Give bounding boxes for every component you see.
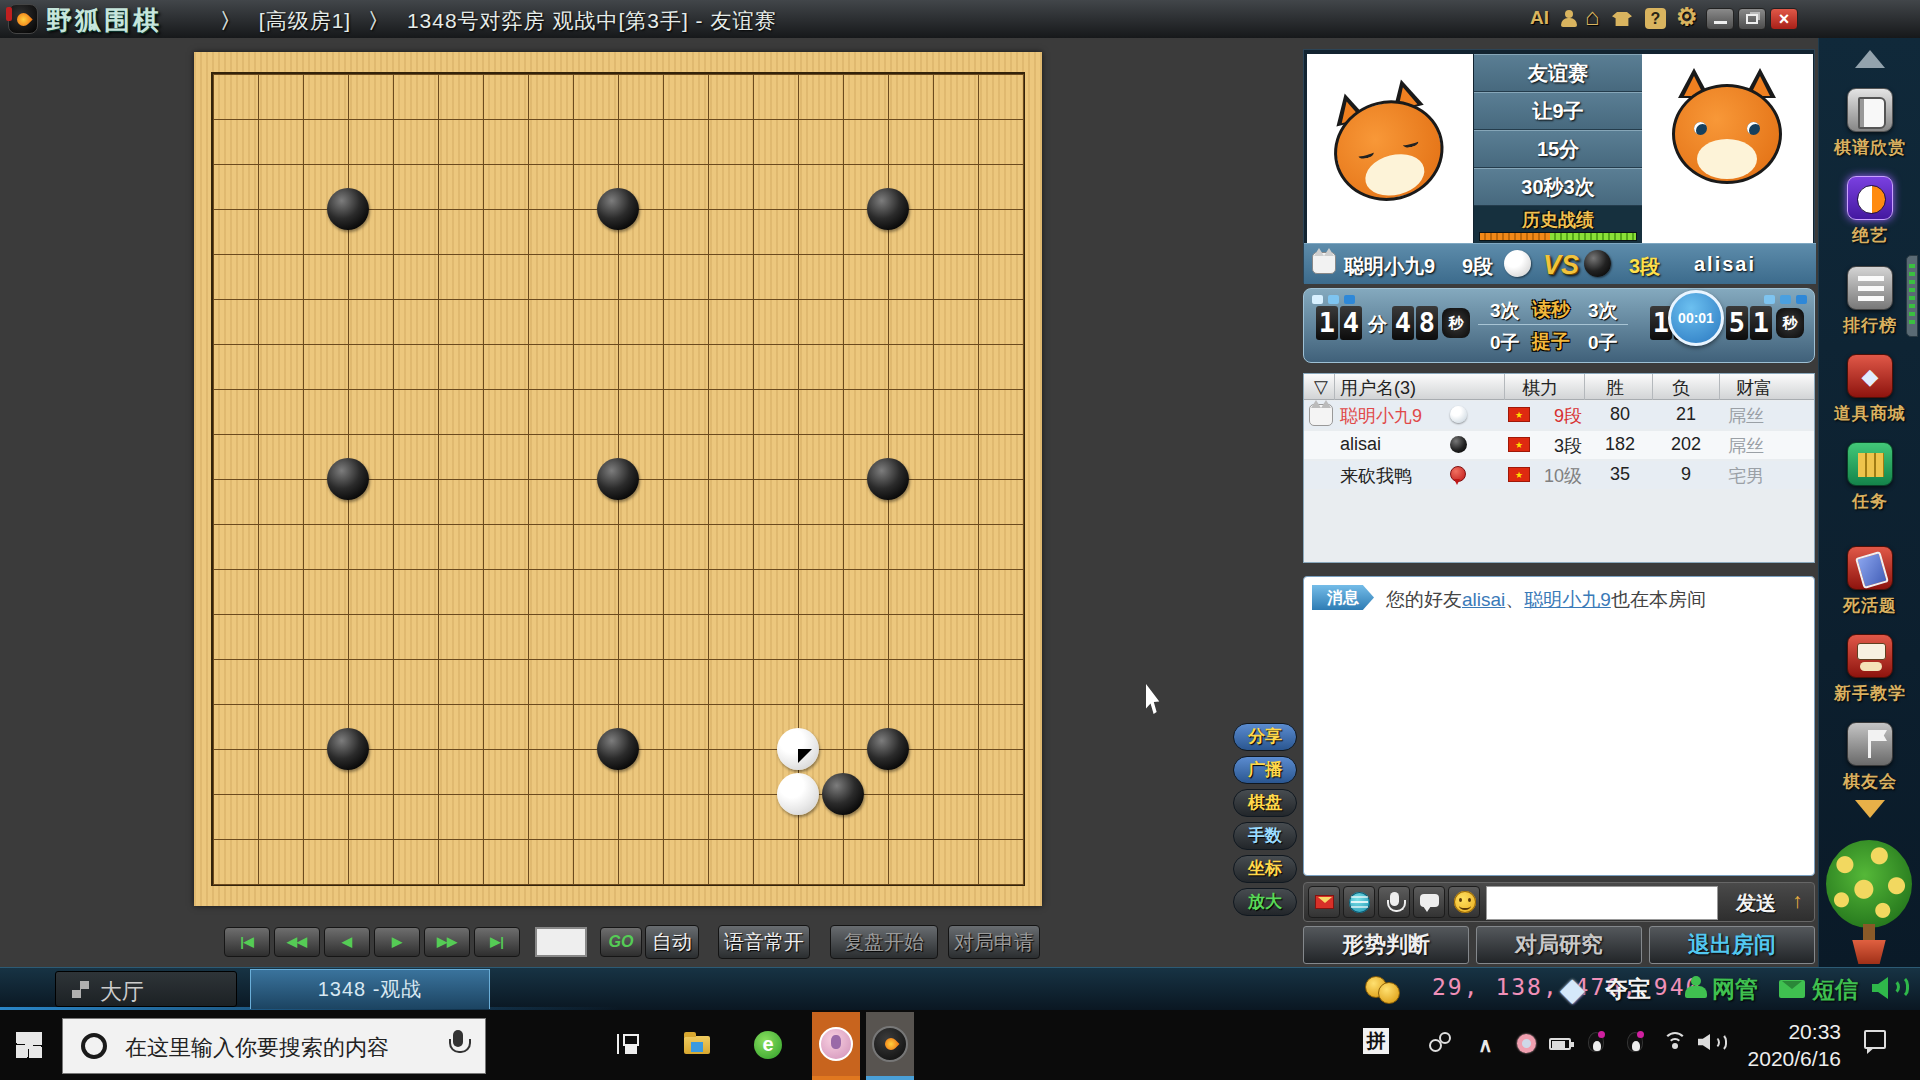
sidebar-item-5[interactable]: 任务 bbox=[1819, 442, 1920, 513]
sidebar-label: 绝艺 bbox=[1819, 224, 1920, 247]
user-name: 聪明小九9 bbox=[1340, 404, 1422, 428]
fox-head-icon bbox=[1309, 404, 1333, 426]
help-icon[interactable]: ? bbox=[1645, 8, 1666, 29]
sidebar-label: 任务 bbox=[1819, 490, 1920, 513]
move-number-input[interactable] bbox=[535, 927, 587, 957]
friend-link-congmingxiaojiu9[interactable]: 聪明小九9 bbox=[1524, 589, 1611, 610]
friend-link-alisai[interactable]: alisai bbox=[1462, 589, 1505, 610]
grid-line bbox=[213, 884, 1024, 885]
red-packet-icon bbox=[1315, 895, 1334, 909]
col-strength[interactable]: 棋力 bbox=[1522, 376, 1558, 400]
byoyomi-label: 读秒 bbox=[1532, 297, 1570, 323]
playback-last-button[interactable]: ▶| bbox=[474, 927, 520, 957]
stone-black-D4 bbox=[327, 728, 369, 770]
user-wealth: 宅男 bbox=[1728, 464, 1764, 488]
flag-gray-icon bbox=[1847, 722, 1893, 766]
home-icon[interactable]: ⌂ bbox=[1585, 3, 1600, 31]
white-byoyomi-periods: 3次 bbox=[1490, 298, 1520, 324]
action-center-icon[interactable] bbox=[1864, 1030, 1886, 1049]
time: 20:33 bbox=[1741, 1018, 1841, 1045]
white-player-avatar bbox=[1307, 54, 1473, 243]
minimize-icon bbox=[1714, 21, 1727, 24]
sidebar-item-6[interactable]: 死活题 bbox=[1819, 546, 1920, 617]
auto-play-button[interactable]: 自动 bbox=[645, 925, 699, 959]
restore-button[interactable] bbox=[1738, 8, 1766, 30]
player-info-panel: 友谊赛 让9子 15分 30秒3次 历史战绩 聪明小九9 9段 3段 alisa… bbox=[1303, 49, 1815, 283]
sms-icon[interactable] bbox=[1779, 980, 1805, 998]
sidebar-scroll-up[interactable] bbox=[1855, 50, 1885, 68]
stone-black-Q10 bbox=[867, 458, 909, 500]
globe-icon bbox=[1349, 892, 1370, 913]
playback-forward-button[interactable]: ▶▶ bbox=[424, 927, 470, 957]
sidebar-item-7[interactable]: 新手教学 bbox=[1819, 634, 1920, 705]
stone-black-D16 bbox=[327, 188, 369, 230]
sidebar-item-4[interactable]: ◆道具商城 bbox=[1819, 354, 1920, 425]
white-stone-icon bbox=[1504, 250, 1531, 277]
dress-icon[interactable] bbox=[1612, 12, 1632, 26]
breadcrumb-room-title: 1348号对弈房 观战中[第3手] - 友谊赛 bbox=[407, 9, 777, 32]
sidebar-label: 排行榜 bbox=[1819, 314, 1920, 337]
hand-red-icon bbox=[1847, 634, 1893, 678]
mouse-cursor bbox=[1146, 684, 1165, 714]
grid-line bbox=[708, 74, 709, 885]
black-clock-sec-tens: 5 bbox=[1726, 306, 1748, 340]
language-button[interactable] bbox=[1343, 886, 1375, 918]
col-wins[interactable]: 胜 bbox=[1606, 376, 1624, 400]
black-player-avatar bbox=[1642, 54, 1813, 243]
match-byoyomi: 30秒3次 bbox=[1474, 168, 1642, 206]
lobby-button[interactable]: 大厅 bbox=[55, 971, 237, 1007]
playback-rewind-button[interactable]: ◀◀ bbox=[274, 927, 320, 957]
user-row-alisai[interactable]: alisai★3段182202屌丝 bbox=[1304, 431, 1814, 459]
cn-flag-icon: ★ bbox=[1508, 407, 1530, 422]
fox-go-app-active[interactable] bbox=[866, 1012, 914, 1076]
period-indicator bbox=[1796, 295, 1807, 304]
screen: 野狐围棋 〉 [高级房1] 〉 1348号对弈房 观战中[第3手] - 友谊赛 … bbox=[0, 0, 1920, 1080]
taskbar-clock[interactable]: 20:33 2020/6/16 bbox=[1741, 1018, 1841, 1072]
col-wealth[interactable]: 财富 bbox=[1736, 376, 1772, 400]
sidebar-item-1[interactable]: 棋谱欣赏 bbox=[1819, 88, 1920, 159]
windows-start-button[interactable] bbox=[16, 1032, 42, 1058]
qq-icon[interactable] bbox=[1588, 1032, 1604, 1052]
stone-white-O3 bbox=[777, 773, 819, 815]
system-message: 您的好友alisai、聪明小九9也在本房间 bbox=[1386, 587, 1706, 613]
fox-head-icon bbox=[1312, 252, 1336, 274]
room-tab-1348[interactable]: 1348 -观战 bbox=[250, 969, 490, 1009]
second-label: 秒 bbox=[1776, 308, 1804, 338]
chat-toolbar: 发送 ↑ bbox=[1303, 882, 1815, 922]
board-option-2[interactable]: 广播 bbox=[1233, 756, 1297, 784]
room-button-1[interactable]: 形势判断 bbox=[1303, 926, 1469, 964]
board-option-5[interactable]: 坐标 bbox=[1233, 855, 1297, 883]
close-icon: × bbox=[1779, 9, 1790, 29]
money-tree[interactable] bbox=[1824, 840, 1914, 966]
capture-label: 提子 bbox=[1532, 329, 1570, 355]
col-losses[interactable]: 负 bbox=[1672, 376, 1690, 400]
stone-black-K10 bbox=[597, 458, 639, 500]
grid-line bbox=[1023, 74, 1024, 885]
breadcrumb-room-category[interactable]: [高级房1] bbox=[259, 9, 351, 32]
match-handicap: 让9子 bbox=[1474, 92, 1642, 130]
sidebar-scroll-down[interactable] bbox=[1855, 800, 1885, 818]
room-button-2[interactable]: 对局研究 bbox=[1476, 926, 1642, 964]
grid-line bbox=[213, 794, 1024, 795]
title-bar: 野狐围棋 〉 [高级房1] 〉 1348号对弈房 观战中[第3手] - 友谊赛 … bbox=[0, 0, 1920, 38]
emoji-button[interactable] bbox=[1448, 886, 1480, 918]
people-icon[interactable] bbox=[1427, 1032, 1451, 1054]
sidebar-item-2[interactable]: 绝艺 bbox=[1819, 176, 1920, 247]
black-clock-sec-ones: 1 bbox=[1750, 306, 1772, 340]
speech-bubble-icon bbox=[1420, 894, 1439, 907]
black-player-name[interactable]: alisai bbox=[1694, 253, 1756, 276]
smiley-icon bbox=[1454, 891, 1476, 913]
pink-avatar-icon bbox=[819, 1027, 853, 1061]
stone-black-Q16 bbox=[867, 188, 909, 230]
white-clock-sec-tens: 4 bbox=[1392, 306, 1414, 340]
user-name: alisai bbox=[1340, 434, 1381, 455]
minimize-button[interactable] bbox=[1706, 8, 1734, 30]
red-packet-button[interactable] bbox=[1308, 886, 1340, 918]
room-button-3[interactable]: 退出房间 bbox=[1649, 926, 1815, 964]
user-wins: 182 bbox=[1588, 434, 1652, 455]
white-clock-min-ones: 4 bbox=[1340, 306, 1362, 340]
match-type: 友谊赛 bbox=[1474, 54, 1642, 92]
microphone-icon bbox=[1390, 892, 1399, 906]
black-byoyomi-periods: 3次 bbox=[1588, 298, 1618, 324]
go-button[interactable]: GO bbox=[600, 927, 642, 957]
user-losses: 9 bbox=[1654, 464, 1718, 485]
user-row-聪明小九9[interactable]: 聪明小九9★9段8021屌丝 bbox=[1304, 401, 1814, 429]
coins-icon bbox=[1378, 982, 1400, 1004]
file-explorer-button[interactable] bbox=[673, 1012, 721, 1076]
tray-flower-icon[interactable] bbox=[1517, 1034, 1536, 1053]
user-rank: 9段 bbox=[1536, 404, 1582, 428]
active-underline-blue bbox=[866, 1076, 914, 1080]
send-arrow-icon[interactable]: ↑ bbox=[1792, 889, 1803, 913]
chat-input[interactable] bbox=[1486, 886, 1718, 920]
taskbar-search[interactable]: 在这里输入你要搜索的内容 bbox=[62, 1018, 486, 1074]
stone-black-P3 bbox=[822, 773, 864, 815]
user-losses: 202 bbox=[1654, 434, 1718, 455]
browser-e-icon: e bbox=[754, 1031, 782, 1059]
black-captures: 0子 bbox=[1588, 330, 1618, 356]
sidebar-item-3[interactable]: 排行榜 bbox=[1819, 266, 1920, 337]
grid-line bbox=[663, 74, 664, 885]
right-sidebar: 棋谱欣赏绝艺排行榜◆道具商城任务死活题新手教学棋友会 bbox=[1818, 38, 1920, 967]
grid-line bbox=[978, 74, 979, 885]
money-tree-leaves bbox=[1826, 840, 1912, 928]
user-table: ▽ 用户名(3) 棋力 胜 负 财富 聪明小九9★9段8021屌丝alisai★… bbox=[1303, 373, 1815, 563]
message-panel: 消息 您的好友alisai、聪明小九9也在本房间 bbox=[1303, 576, 1815, 876]
ai-button[interactable]: AI bbox=[1530, 7, 1549, 29]
grid-line bbox=[213, 704, 1024, 705]
diamond-icon[interactable]: ◆ bbox=[1560, 970, 1585, 1008]
period-indicator bbox=[1328, 295, 1339, 304]
logo-tag bbox=[6, 7, 12, 21]
voice-chat-button[interactable] bbox=[1378, 886, 1410, 918]
history-bar-left bbox=[1480, 233, 1550, 240]
grid-line bbox=[213, 659, 1024, 660]
money-tree-pot bbox=[1850, 940, 1888, 964]
grid-line bbox=[213, 524, 1024, 525]
stone-black-D10 bbox=[327, 458, 369, 500]
user-rank: 10级 bbox=[1536, 464, 1582, 488]
book-silver-icon bbox=[1847, 88, 1893, 132]
quick-chat-button[interactable] bbox=[1413, 886, 1445, 918]
vs-label: VS bbox=[1543, 250, 1603, 280]
breadcrumb: 〉 [高级房1] 〉 1348号对弈房 观战中[第3手] - 友谊赛 bbox=[210, 7, 776, 35]
qq-icon[interactable] bbox=[1627, 1032, 1643, 1052]
battery-icon[interactable] bbox=[1549, 1038, 1571, 1050]
match-main-time: 15分 bbox=[1474, 130, 1642, 168]
yinyang-purple-icon bbox=[1847, 176, 1893, 220]
list-gray-icon bbox=[1847, 266, 1893, 310]
game-request-button[interactable]: 对局申请 bbox=[948, 925, 1040, 959]
history-bar-right bbox=[1550, 233, 1636, 240]
wifi-icon[interactable] bbox=[1662, 1032, 1688, 1054]
message-text: 、 bbox=[1505, 589, 1524, 610]
match-rules: 友谊赛 让9子 15分 30秒3次 历史战绩 bbox=[1474, 54, 1642, 243]
user-rank: 3段 bbox=[1536, 434, 1582, 458]
white-clock-min-tens: 1 bbox=[1316, 306, 1338, 340]
second-label: 秒 bbox=[1442, 308, 1470, 338]
grid-line bbox=[843, 74, 844, 885]
board-option-3[interactable]: 棋盘 bbox=[1233, 789, 1297, 817]
playback-next-button[interactable]: ▶ bbox=[374, 927, 420, 957]
sidebar-label: 棋谱欣赏 bbox=[1819, 136, 1920, 159]
last-move-marker bbox=[798, 749, 812, 763]
diamond-red-icon: ◆ bbox=[1847, 354, 1893, 398]
browser-button[interactable]: e bbox=[745, 1012, 793, 1076]
cortana-icon bbox=[81, 1033, 107, 1059]
user-table-header: ▽ 用户名(3) 棋力 胜 负 财富 bbox=[1304, 374, 1814, 400]
playback-prev-button[interactable]: ◀ bbox=[324, 927, 370, 957]
close-button[interactable]: × bbox=[1770, 8, 1798, 30]
restore-icon bbox=[1746, 14, 1758, 24]
sidebar-label: 道具商城 bbox=[1819, 402, 1920, 425]
black-player-rank: 3段 bbox=[1629, 253, 1660, 280]
period-indicator bbox=[1344, 295, 1355, 304]
settings-gear-icon[interactable]: ⚙ bbox=[1676, 3, 1698, 31]
fox-avatar-sleeping bbox=[1323, 89, 1456, 222]
clock-divider bbox=[1478, 324, 1628, 325]
white-stone-badge bbox=[1450, 406, 1467, 423]
fox-go-icon bbox=[872, 1026, 908, 1062]
col-username[interactable]: 用户名(3) bbox=[1340, 376, 1416, 400]
board-option-6[interactable]: 放大 bbox=[1233, 888, 1297, 916]
profile-icon[interactable] bbox=[1560, 10, 1578, 28]
history-record-button[interactable]: 历史战绩 bbox=[1474, 208, 1642, 232]
user-wins: 35 bbox=[1588, 464, 1652, 485]
period-indicator bbox=[1780, 295, 1791, 304]
stone-black-Q4 bbox=[867, 728, 909, 770]
grid-line bbox=[213, 839, 1024, 840]
board-option-4[interactable]: 手数 bbox=[1233, 822, 1297, 850]
cn-flag-icon: ★ bbox=[1508, 437, 1530, 452]
review-start-button[interactable]: 复盘开始 bbox=[830, 925, 938, 959]
sidebar-label: 新手教学 bbox=[1819, 682, 1920, 705]
stone-black-K16 bbox=[597, 188, 639, 230]
app-logo-icon bbox=[8, 4, 38, 34]
period-indicator bbox=[1312, 295, 1323, 304]
filter-icon[interactable]: ▽ bbox=[1314, 376, 1328, 398]
period-indicator bbox=[1764, 295, 1775, 304]
sidebar-label: 棋友会 bbox=[1819, 770, 1920, 793]
user-wealth: 屌丝 bbox=[1728, 434, 1764, 458]
sidebar-label: 死活题 bbox=[1819, 594, 1920, 617]
send-button[interactable]: 发送 bbox=[1736, 890, 1776, 917]
user-losses: 21 bbox=[1654, 404, 1718, 425]
task-view-button[interactable] bbox=[605, 1012, 653, 1076]
book-red-icon bbox=[1847, 546, 1893, 590]
stone-black-K4 bbox=[597, 728, 639, 770]
money-tree-trunk bbox=[1863, 924, 1875, 942]
message-text: 您的好友 bbox=[1386, 589, 1462, 610]
hidden-icons-chevron[interactable]: ∧ bbox=[1478, 1033, 1493, 1057]
grid-line bbox=[213, 614, 1024, 615]
sidebar-item-8[interactable]: 棋友会 bbox=[1819, 722, 1920, 793]
grid-line bbox=[753, 74, 754, 885]
stone-white-O4 bbox=[777, 728, 819, 770]
white-clock-sec-ones: 8 bbox=[1416, 306, 1438, 340]
admin-icon[interactable] bbox=[1685, 976, 1707, 1000]
board-option-1[interactable]: 分享 bbox=[1233, 723, 1297, 751]
user-wealth: 屌丝 bbox=[1728, 404, 1764, 428]
fox-avatar-sitting bbox=[1672, 84, 1782, 194]
white-player-name[interactable]: 聪明小九9 bbox=[1344, 253, 1435, 280]
pinned-app-active[interactable] bbox=[812, 1012, 860, 1076]
black-stone-badge bbox=[1450, 436, 1467, 453]
move-countdown-bubble: 00:01 bbox=[1668, 290, 1724, 346]
white-captures: 0子 bbox=[1490, 330, 1520, 356]
grid-green-icon bbox=[1847, 442, 1893, 486]
admin-label[interactable]: 网管 bbox=[1712, 974, 1758, 1005]
user-row-来砍我鸭[interactable]: 来砍我鸭★10级359宅男 bbox=[1304, 461, 1814, 489]
message-badge: 消息 bbox=[1312, 585, 1374, 610]
sidebar-scroll-handle[interactable] bbox=[1906, 255, 1918, 337]
search-mic-icon[interactable] bbox=[453, 1030, 463, 1047]
folder-icon bbox=[684, 1036, 710, 1054]
search-placeholder: 在这里输入你要搜索的内容 bbox=[125, 1033, 389, 1063]
playback-first-button[interactable]: |◀ bbox=[224, 927, 270, 957]
lobby-grid-icon bbox=[72, 981, 89, 998]
treasure-button[interactable]: 夺宝 bbox=[1605, 974, 1651, 1005]
breadcrumb-separator: 〉 bbox=[368, 9, 390, 32]
task-view-icon bbox=[617, 1034, 639, 1054]
white-player-rank: 9段 bbox=[1462, 253, 1493, 280]
app-title: 野狐围棋 bbox=[46, 3, 162, 38]
grid-line bbox=[213, 569, 1024, 570]
go-board[interactable] bbox=[194, 52, 1042, 906]
user-name: 来砍我鸭 bbox=[1340, 464, 1412, 488]
voice-toggle-button[interactable]: 语音常开 bbox=[718, 925, 810, 959]
cn-flag-icon: ★ bbox=[1508, 467, 1530, 482]
history-win-bar bbox=[1479, 232, 1637, 241]
grid-line bbox=[933, 74, 934, 885]
user-wins: 80 bbox=[1588, 404, 1652, 425]
flame-icon bbox=[14, 10, 32, 28]
active-underline-orange bbox=[812, 1076, 860, 1080]
location-pin-badge bbox=[1450, 466, 1464, 484]
minute-label: 分 bbox=[1368, 312, 1387, 338]
lobby-label: 大厅 bbox=[100, 977, 144, 1007]
date: 2020/6/16 bbox=[1741, 1045, 1841, 1072]
sms-label[interactable]: 短信 bbox=[1812, 974, 1858, 1005]
message-text: 也在本房间 bbox=[1611, 589, 1706, 610]
breadcrumb-separator: 〉 bbox=[220, 9, 242, 32]
ime-indicator[interactable]: 拼 bbox=[1363, 1028, 1389, 1054]
